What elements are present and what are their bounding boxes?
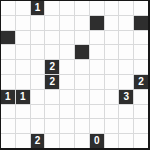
empty-cell-r5c5[interactable] xyxy=(75,75,89,89)
empty-cell-r8c0[interactable] xyxy=(1,119,15,133)
empty-cell-r0c0[interactable] xyxy=(1,1,15,15)
empty-cell-r4c8[interactable] xyxy=(119,60,133,74)
empty-cell-r4c0[interactable] xyxy=(1,60,15,74)
empty-cell-r4c9[interactable] xyxy=(134,60,148,74)
empty-cell-r1c3[interactable] xyxy=(45,16,59,30)
empty-cell-r3c1[interactable] xyxy=(16,45,30,59)
empty-cell-r5c4[interactable] xyxy=(60,75,74,89)
empty-cell-r3c8[interactable] xyxy=(119,45,133,59)
empty-cell-r6c3[interactable] xyxy=(45,90,59,104)
clue-cell-r6c0[interactable]: 1 xyxy=(1,90,15,104)
empty-cell-r9c5[interactable] xyxy=(75,134,89,148)
empty-cell-r6c6[interactable] xyxy=(90,90,104,104)
empty-cell-r7c2[interactable] xyxy=(31,105,45,119)
empty-cell-r1c2[interactable] xyxy=(31,16,45,30)
empty-cell-r0c7[interactable] xyxy=(105,1,119,15)
empty-cell-r2c8[interactable] xyxy=(119,31,133,45)
shaded-cell-r2c0[interactable] xyxy=(1,31,15,45)
empty-cell-r8c5[interactable] xyxy=(75,119,89,133)
empty-cell-r7c1[interactable] xyxy=(16,105,30,119)
empty-cell-r8c8[interactable] xyxy=(119,119,133,133)
empty-cell-r9c0[interactable] xyxy=(1,134,15,148)
empty-cell-r4c2[interactable] xyxy=(31,60,45,74)
clue-cell-r5c3[interactable]: 2 xyxy=(45,75,59,89)
empty-cell-r9c3[interactable] xyxy=(45,134,59,148)
empty-cell-r8c3[interactable] xyxy=(45,119,59,133)
empty-cell-r9c4[interactable] xyxy=(60,134,74,148)
empty-cell-r9c8[interactable] xyxy=(119,134,133,148)
shaded-cell-r1c6[interactable] xyxy=(90,16,104,30)
clue-cell-r9c2[interactable]: 2 xyxy=(31,134,45,148)
empty-cell-r0c8[interactable] xyxy=(119,1,133,15)
empty-cell-r7c5[interactable] xyxy=(75,105,89,119)
clue-cell-r6c1[interactable]: 1 xyxy=(16,90,30,104)
empty-cell-r7c3[interactable] xyxy=(45,105,59,119)
empty-cell-r7c8[interactable] xyxy=(119,105,133,119)
empty-cell-r0c5[interactable] xyxy=(75,1,89,15)
empty-cell-r6c7[interactable] xyxy=(105,90,119,104)
empty-cell-r1c5[interactable] xyxy=(75,16,89,30)
empty-cell-r7c9[interactable] xyxy=(134,105,148,119)
empty-cell-r2c4[interactable] xyxy=(60,31,74,45)
empty-cell-r7c7[interactable] xyxy=(105,105,119,119)
empty-cell-r5c7[interactable] xyxy=(105,75,119,89)
empty-cell-r6c5[interactable] xyxy=(75,90,89,104)
empty-cell-r3c6[interactable] xyxy=(90,45,104,59)
empty-cell-r5c1[interactable] xyxy=(16,75,30,89)
empty-cell-r2c3[interactable] xyxy=(45,31,59,45)
empty-cell-r9c7[interactable] xyxy=(105,134,119,148)
empty-cell-r0c9[interactable] xyxy=(134,1,148,15)
clue-cell-r5c9[interactable]: 2 xyxy=(134,75,148,89)
shaded-cell-r1c9[interactable] xyxy=(134,16,148,30)
empty-cell-r3c9[interactable] xyxy=(134,45,148,59)
empty-cell-r1c8[interactable] xyxy=(119,16,133,30)
empty-cell-r6c9[interactable] xyxy=(134,90,148,104)
empty-cell-r4c7[interactable] xyxy=(105,60,119,74)
empty-cell-r9c9[interactable] xyxy=(134,134,148,148)
empty-cell-r3c0[interactable] xyxy=(1,45,15,59)
empty-cell-r8c1[interactable] xyxy=(16,119,30,133)
empty-cell-r2c9[interactable] xyxy=(134,31,148,45)
empty-cell-r2c5[interactable] xyxy=(75,31,89,45)
empty-cell-r7c4[interactable] xyxy=(60,105,74,119)
empty-cell-r3c3[interactable] xyxy=(45,45,59,59)
empty-cell-r5c8[interactable] xyxy=(119,75,133,89)
empty-cell-r5c0[interactable] xyxy=(1,75,15,89)
empty-cell-r0c1[interactable] xyxy=(16,1,30,15)
shaded-cell-r3c5[interactable] xyxy=(75,45,89,59)
empty-cell-r1c0[interactable] xyxy=(1,16,15,30)
empty-cell-r1c4[interactable] xyxy=(60,16,74,30)
empty-cell-r8c6[interactable] xyxy=(90,119,104,133)
empty-cell-r9c1[interactable] xyxy=(16,134,30,148)
clue-cell-r6c8[interactable]: 3 xyxy=(119,90,133,104)
empty-cell-r3c4[interactable] xyxy=(60,45,74,59)
empty-cell-r4c4[interactable] xyxy=(60,60,74,74)
empty-cell-r2c6[interactable] xyxy=(90,31,104,45)
empty-cell-r0c6[interactable] xyxy=(90,1,104,15)
empty-cell-r7c6[interactable] xyxy=(90,105,104,119)
empty-cell-r3c7[interactable] xyxy=(105,45,119,59)
clue-cell-r4c3[interactable]: 2 xyxy=(45,60,59,74)
empty-cell-r8c4[interactable] xyxy=(60,119,74,133)
empty-cell-r4c1[interactable] xyxy=(16,60,30,74)
empty-cell-r1c1[interactable] xyxy=(16,16,30,30)
empty-cell-r0c4[interactable] xyxy=(60,1,74,15)
empty-cell-r2c2[interactable] xyxy=(31,31,45,45)
empty-cell-r1c7[interactable] xyxy=(105,16,119,30)
empty-cell-r7c0[interactable] xyxy=(1,105,15,119)
empty-cell-r0c3[interactable] xyxy=(45,1,59,15)
clue-cell-r0c2[interactable]: 1 xyxy=(31,1,45,15)
empty-cell-r5c6[interactable] xyxy=(90,75,104,89)
empty-cell-r8c9[interactable] xyxy=(134,119,148,133)
empty-cell-r4c6[interactable] xyxy=(90,60,104,74)
empty-cell-r3c2[interactable] xyxy=(31,45,45,59)
empty-cell-r5c2[interactable] xyxy=(31,75,45,89)
empty-cell-r6c4[interactable] xyxy=(60,90,74,104)
empty-cell-r8c7[interactable] xyxy=(105,119,119,133)
empty-cell-r4c5[interactable] xyxy=(75,60,89,74)
puzzle-board: 122211320 xyxy=(0,0,150,150)
empty-cell-r2c7[interactable] xyxy=(105,31,119,45)
empty-cell-r6c2[interactable] xyxy=(31,90,45,104)
clue-cell-r9c6[interactable]: 0 xyxy=(90,134,104,148)
empty-cell-r2c1[interactable] xyxy=(16,31,30,45)
empty-cell-r8c2[interactable] xyxy=(31,119,45,133)
